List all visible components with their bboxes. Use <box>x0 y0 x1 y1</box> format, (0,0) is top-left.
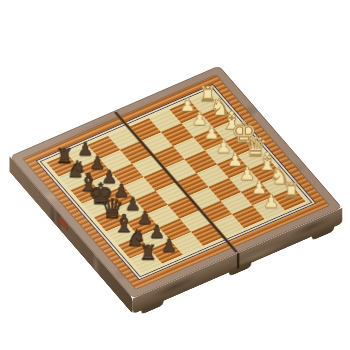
square-d6 <box>135 191 167 214</box>
square-b8 <box>118 236 150 259</box>
square-c7 <box>126 213 158 236</box>
square-a3 <box>232 205 264 228</box>
square-a7 <box>150 241 182 264</box>
board-foot <box>312 225 334 241</box>
hinge-seam-front <box>236 253 239 270</box>
square-d8 <box>94 209 126 232</box>
square-e8 <box>82 195 114 218</box>
board-foot <box>141 299 163 315</box>
square-b5 <box>179 209 211 232</box>
square-b7 <box>138 227 170 250</box>
board-top-surface <box>9 65 342 298</box>
chess-board: ♜♟♞♟♝♟♚♟♟♛♜♟♟♝♞♟♟♞♝♟♟♜♚♟♟♛♟♝♟♞♟♜ <box>9 65 342 298</box>
square-a8 <box>130 250 162 273</box>
square-f8 <box>70 181 102 204</box>
square-b2 <box>241 183 273 206</box>
square-b6 <box>159 218 191 241</box>
square-c8 <box>106 222 138 245</box>
square-b3 <box>220 192 252 215</box>
square-c5 <box>167 196 199 219</box>
square-a6 <box>171 232 203 255</box>
square-b4 <box>200 201 232 224</box>
square-c4 <box>188 187 220 210</box>
product-photo-stage: ♜♟♞♟♝♟♚♟♟♛♜♟♟♝♞♟♟♞♝♟♟♜♚♟♟♛♟♝♟♞♟♜ <box>0 0 350 350</box>
square-a2 <box>253 197 285 220</box>
square-d7 <box>115 200 147 223</box>
square-d5 <box>156 182 188 205</box>
square-a1 <box>273 188 305 211</box>
square-a4 <box>212 214 244 237</box>
square-a5 <box>191 223 223 246</box>
board-foot <box>229 261 251 277</box>
square-c6 <box>147 205 179 228</box>
square-e7 <box>103 186 135 209</box>
